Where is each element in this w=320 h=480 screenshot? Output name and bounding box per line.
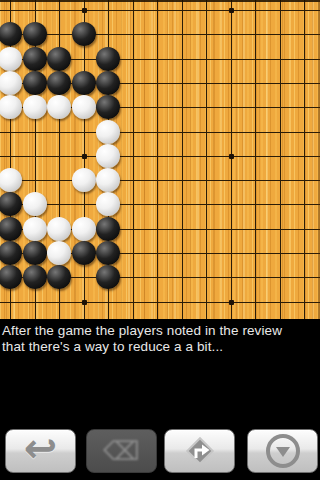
move-comment: After the game the players noted in the … (0, 319, 320, 363)
app-screen: After the game the players noted in the … (0, 0, 320, 480)
star-point (229, 300, 234, 305)
undo-button[interactable]: ↩ (5, 429, 76, 473)
stone-black (72, 71, 96, 95)
circle-down-arrow-icon (266, 434, 300, 468)
stone-black (47, 71, 71, 95)
stone-white (0, 47, 22, 71)
grid-line-horizontal (0, 10, 320, 11)
star-point (229, 154, 234, 159)
grid-line-vertical (133, 0, 134, 319)
navigation-toolbar: ↩ ⌫ (0, 429, 320, 473)
grid-line-vertical (84, 0, 85, 319)
stone-white (23, 95, 47, 119)
stone-black (96, 265, 120, 289)
stone-white (72, 217, 96, 241)
stone-white (96, 168, 120, 192)
stone-black (96, 71, 120, 95)
stone-black (23, 265, 47, 289)
delete-move-button[interactable]: ⌫ (86, 429, 157, 473)
grid-line-vertical (280, 0, 281, 319)
stone-black (47, 265, 71, 289)
stone-black (23, 241, 47, 265)
stone-black (0, 192, 22, 216)
stone-black (0, 265, 22, 289)
stone-black (23, 47, 47, 71)
next-down-button[interactable] (247, 429, 318, 473)
grid-line-vertical (255, 0, 256, 319)
stone-black (23, 22, 47, 46)
stone-white (47, 241, 71, 265)
grid-line-horizontal (0, 302, 320, 303)
stone-white (72, 95, 96, 119)
stone-white (0, 71, 22, 95)
undo-arrow-icon: ↩ (24, 428, 58, 468)
branch-button[interactable] (164, 429, 235, 473)
grid-line-horizontal (0, 204, 320, 205)
grid-line-vertical (182, 0, 183, 319)
grid-line-vertical (157, 0, 158, 319)
stone-black (0, 241, 22, 265)
star-point (82, 300, 87, 305)
grid-line-horizontal (0, 132, 320, 133)
stone-black (0, 217, 22, 241)
comment-line-1: After the game the players noted in the … (2, 323, 320, 339)
stone-black (72, 22, 96, 46)
stone-white (96, 192, 120, 216)
star-point (82, 154, 87, 159)
grid-line-vertical (231, 0, 232, 319)
grid-line-horizontal (0, 34, 320, 35)
stone-white (96, 120, 120, 144)
stone-black (96, 95, 120, 119)
stone-black (72, 241, 96, 265)
stone-black (96, 241, 120, 265)
stone-black (96, 217, 120, 241)
stone-black (0, 22, 22, 46)
star-point (82, 8, 87, 13)
diamond-turn-right-icon (182, 433, 218, 469)
stone-white (47, 217, 71, 241)
grid-line-horizontal (0, 180, 320, 181)
stone-black (23, 71, 47, 95)
stone-white (72, 168, 96, 192)
stone-white (0, 168, 22, 192)
stone-black (47, 47, 71, 71)
go-board[interactable] (0, 0, 320, 319)
star-point (229, 8, 234, 13)
stone-white (96, 144, 120, 168)
grid-line-horizontal (0, 156, 320, 157)
stone-black (96, 47, 120, 71)
grid-line-vertical (206, 0, 207, 319)
stone-white (23, 217, 47, 241)
down-triangle (276, 447, 290, 457)
grid-line-vertical (304, 0, 305, 319)
stone-white (47, 95, 71, 119)
stone-white (23, 192, 47, 216)
backspace-icon: ⌫ (103, 438, 140, 464)
comment-line-2: that there's a way to reduce a a bit... (2, 339, 320, 355)
stone-white (0, 95, 22, 119)
